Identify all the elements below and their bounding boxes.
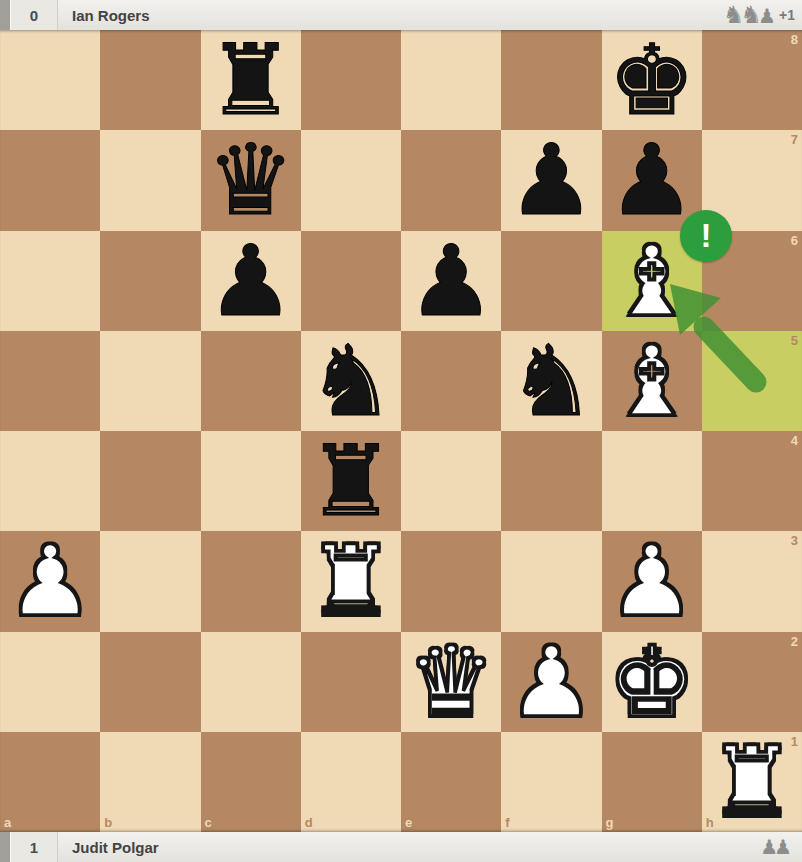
- piece-black-knight[interactable]: ♞: [301, 331, 401, 431]
- square-e5[interactable]: [401, 331, 501, 431]
- square-g3[interactable]: ♟: [602, 531, 702, 631]
- square-b1[interactable]: b: [100, 732, 200, 832]
- piece-black-pawn[interactable]: ♟: [401, 231, 501, 331]
- piece-white-rook[interactable]: ♜: [702, 732, 802, 832]
- rank-label-1: 1: [791, 735, 798, 748]
- top-player-score: 0: [10, 0, 58, 30]
- square-b5[interactable]: [100, 331, 200, 431]
- file-label-g: g: [606, 816, 614, 829]
- square-d7[interactable]: [301, 130, 401, 230]
- square-d1[interactable]: d: [301, 732, 401, 832]
- top-captured-pieces: ♞♞♟ +1: [723, 3, 795, 27]
- square-f3[interactable]: [501, 531, 601, 631]
- square-a7[interactable]: [0, 130, 100, 230]
- bottom-player-bar: 1 Judit Polgar ♟♟: [0, 832, 802, 862]
- square-f7[interactable]: ♟: [501, 130, 601, 230]
- game-view: 0 Ian Rogers ♞♞♟ +1 ♜♚8♛♟♟7♟♟♝6♞♞♝5♜4♟♜♟…: [0, 0, 802, 862]
- square-h3[interactable]: 3: [702, 531, 802, 631]
- square-h8[interactable]: 8: [702, 30, 802, 130]
- square-a6[interactable]: [0, 231, 100, 331]
- material-advantage: +1: [779, 7, 795, 23]
- rank-label-5: 5: [791, 334, 798, 347]
- piece-black-knight[interactable]: ♞: [501, 331, 601, 431]
- square-c7[interactable]: ♛: [201, 130, 301, 230]
- square-g4[interactable]: [602, 431, 702, 531]
- square-b3[interactable]: [100, 531, 200, 631]
- square-b7[interactable]: [100, 130, 200, 230]
- file-label-h: h: [706, 816, 714, 829]
- piece-white-pawn[interactable]: ♟: [602, 531, 702, 631]
- piece-white-bishop[interactable]: ♝: [602, 231, 702, 331]
- square-f2[interactable]: ♟: [501, 632, 601, 732]
- piece-black-pawn[interactable]: ♟: [602, 130, 702, 230]
- square-e1[interactable]: e: [401, 732, 501, 832]
- chess-board: ♜♚8♛♟♟7♟♟♝6♞♞♝5♜4♟♜♟3♛♟♚2abcdefgh1♜ !: [0, 30, 802, 832]
- square-d6[interactable]: [301, 231, 401, 331]
- rank-label-6: 6: [791, 234, 798, 247]
- square-h6[interactable]: 6: [702, 231, 802, 331]
- file-label-a: a: [4, 816, 11, 829]
- square-d2[interactable]: [301, 632, 401, 732]
- square-c1[interactable]: c: [201, 732, 301, 832]
- square-g6[interactable]: ♝: [602, 231, 702, 331]
- square-b2[interactable]: [100, 632, 200, 732]
- rank-label-4: 4: [791, 434, 798, 447]
- square-d5[interactable]: ♞: [301, 331, 401, 431]
- file-label-d: d: [305, 816, 313, 829]
- square-e3[interactable]: [401, 531, 501, 631]
- piece-black-king[interactable]: ♚: [602, 30, 702, 130]
- square-f4[interactable]: [501, 431, 601, 531]
- square-g5[interactable]: ♝: [602, 331, 702, 431]
- square-h2[interactable]: 2: [702, 632, 802, 732]
- square-g8[interactable]: ♚: [602, 30, 702, 130]
- square-e7[interactable]: [401, 130, 501, 230]
- captured-piece-icons: ♟♟: [760, 837, 792, 858]
- window-edge: [0, 0, 10, 30]
- piece-black-pawn[interactable]: ♟: [501, 130, 601, 230]
- piece-white-pawn[interactable]: ♟: [501, 632, 601, 732]
- piece-white-queen[interactable]: ♛: [401, 632, 501, 732]
- square-g1[interactable]: g: [602, 732, 702, 832]
- piece-black-pawn[interactable]: ♟: [201, 231, 301, 331]
- square-b4[interactable]: [100, 431, 200, 531]
- square-a5[interactable]: [0, 331, 100, 431]
- file-label-e: e: [405, 816, 412, 829]
- square-h1[interactable]: h1♜: [702, 732, 802, 832]
- square-c5[interactable]: [201, 331, 301, 431]
- square-a2[interactable]: [0, 632, 100, 732]
- square-b6[interactable]: [100, 231, 200, 331]
- piece-white-rook[interactable]: ♜: [301, 531, 401, 631]
- square-a4[interactable]: [0, 431, 100, 531]
- square-f1[interactable]: f: [501, 732, 601, 832]
- square-c3[interactable]: [201, 531, 301, 631]
- top-player-name: Ian Rogers: [72, 7, 723, 24]
- captured-piece-icons: ♞♞♟: [723, 3, 776, 27]
- square-c4[interactable]: [201, 431, 301, 531]
- square-d4[interactable]: ♜: [301, 431, 401, 531]
- window-edge: [0, 832, 10, 862]
- square-e4[interactable]: [401, 431, 501, 531]
- square-a1[interactable]: a: [0, 732, 100, 832]
- board-grid: ♜♚8♛♟♟7♟♟♝6♞♞♝5♜4♟♜♟3♛♟♚2abcdefgh1♜: [0, 30, 802, 832]
- square-a8[interactable]: [0, 30, 100, 130]
- square-d3[interactable]: ♜: [301, 531, 401, 631]
- square-f8[interactable]: [501, 30, 601, 130]
- bottom-captured-pieces: ♟♟: [760, 837, 795, 858]
- square-d8[interactable]: [301, 30, 401, 130]
- square-g2[interactable]: ♚: [602, 632, 702, 732]
- square-g7[interactable]: ♟: [602, 130, 702, 230]
- pawn-icon: ♟: [758, 4, 776, 28]
- rank-label-7: 7: [791, 133, 798, 146]
- square-b8[interactable]: [100, 30, 200, 130]
- square-h4[interactable]: 4: [702, 431, 802, 531]
- square-c8[interactable]: ♜: [201, 30, 301, 130]
- piece-black-queen[interactable]: ♛: [201, 130, 301, 230]
- rank-label-8: 8: [791, 33, 798, 46]
- piece-white-king[interactable]: ♚: [602, 632, 702, 732]
- file-label-c: c: [205, 816, 212, 829]
- square-e2[interactable]: ♛: [401, 632, 501, 732]
- rank-label-2: 2: [791, 635, 798, 648]
- square-h7[interactable]: 7: [702, 130, 802, 230]
- square-c2[interactable]: [201, 632, 301, 732]
- piece-black-rook[interactable]: ♜: [301, 431, 401, 531]
- piece-black-rook[interactable]: ♜: [201, 30, 301, 130]
- square-f5[interactable]: ♞: [501, 331, 601, 431]
- square-c6[interactable]: ♟: [201, 231, 301, 331]
- rank-label-3: 3: [791, 534, 798, 547]
- file-label-f: f: [505, 816, 509, 829]
- square-e6[interactable]: ♟: [401, 231, 501, 331]
- bottom-player-name: Judit Polgar: [72, 839, 760, 856]
- file-label-b: b: [104, 816, 112, 829]
- piece-white-bishop[interactable]: ♝: [602, 331, 702, 431]
- bottom-player-score: 1: [10, 832, 58, 862]
- square-e8[interactable]: [401, 30, 501, 130]
- square-a3[interactable]: ♟: [0, 531, 100, 631]
- square-h5[interactable]: 5: [702, 331, 802, 431]
- square-f6[interactable]: [501, 231, 601, 331]
- piece-white-pawn[interactable]: ♟: [0, 531, 100, 631]
